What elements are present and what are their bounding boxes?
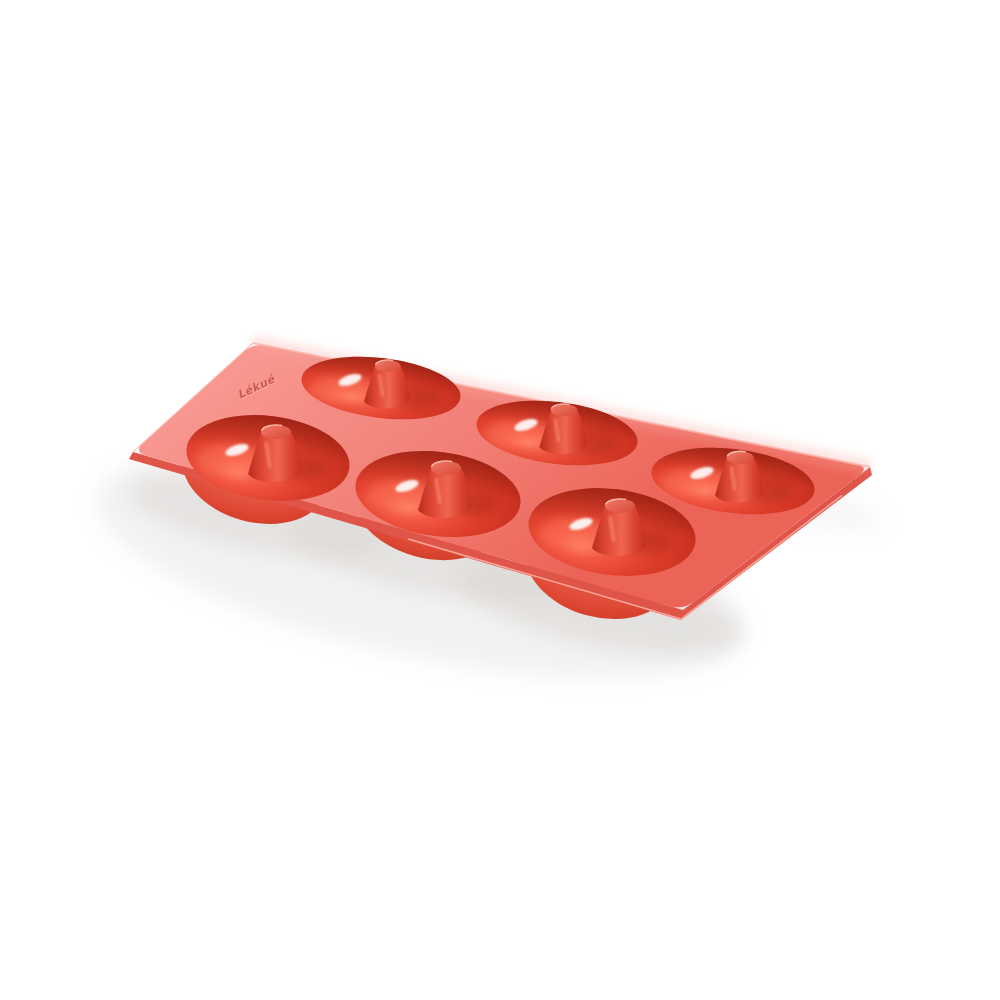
product-photo-canvas: Lékué Lékué [0, 0, 1000, 1000]
silicone-mold-photo: Lékué Lékué [0, 0, 1000, 1000]
